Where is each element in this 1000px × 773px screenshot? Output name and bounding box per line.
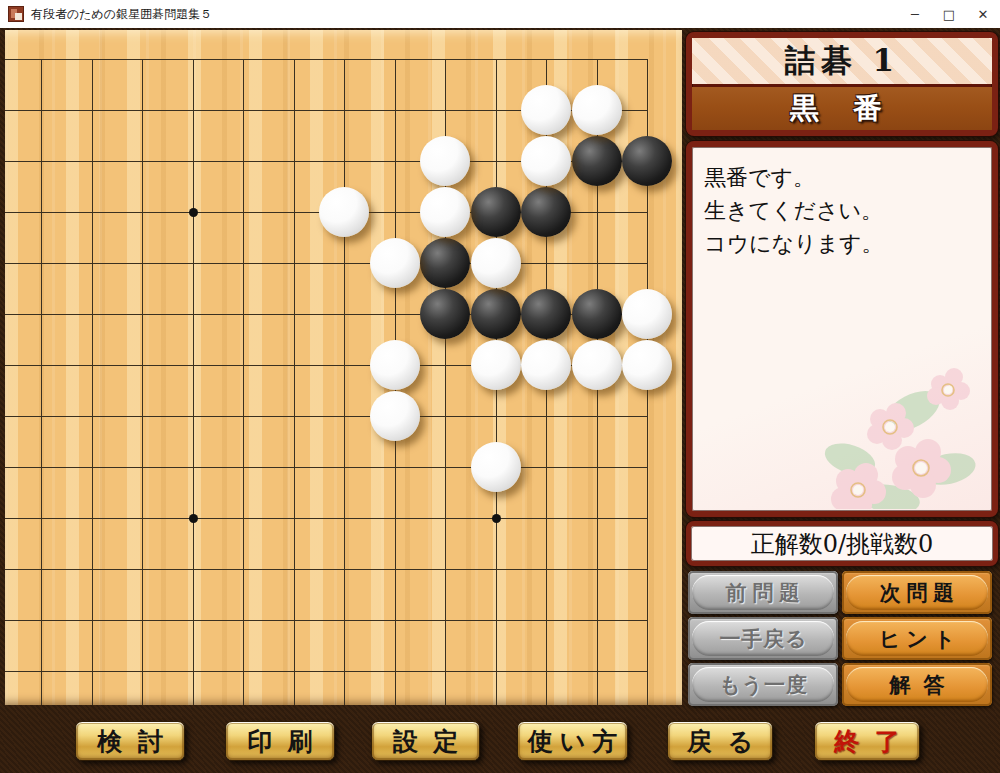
grid-line-v	[41, 59, 42, 705]
grid-line-h	[5, 671, 648, 672]
white-stone	[420, 187, 470, 237]
grid-line-h	[5, 416, 648, 417]
grid-line-h	[5, 263, 648, 264]
white-stone	[572, 340, 622, 390]
white-stone	[622, 289, 672, 339]
star-point	[189, 208, 198, 217]
black-stone	[572, 289, 622, 339]
grid-line-v	[294, 59, 295, 705]
white-stone	[622, 340, 672, 390]
black-stone	[572, 136, 622, 186]
go-board[interactable]	[5, 30, 682, 705]
problem-title: 詰碁 1	[692, 38, 992, 84]
black-stone	[521, 289, 571, 339]
star-point	[189, 514, 198, 523]
grid-line-h	[5, 569, 648, 570]
white-stone	[420, 136, 470, 186]
white-stone	[471, 340, 521, 390]
black-stone	[471, 187, 521, 237]
prev-problem-button[interactable]: 前問題	[688, 571, 838, 614]
grid-line-v	[243, 59, 244, 705]
grid-line-h	[5, 59, 648, 60]
window-controls: ─ □ ✕	[898, 0, 1000, 28]
grid-line-h	[5, 620, 648, 621]
black-stone	[420, 289, 470, 339]
grid-line-h	[5, 467, 648, 468]
white-stone	[370, 340, 420, 390]
black-stone	[471, 289, 521, 339]
grid-line-v	[193, 59, 194, 705]
problem-header-panel: 詰碁 1 黒 番	[686, 32, 998, 136]
title-bar: 有段者のための銀星囲碁問題集５ ─ □ ✕	[0, 0, 1000, 28]
maximize-button[interactable]: □	[932, 0, 966, 28]
instruction-text: 黒番です。 生きてください。 コウになります。	[692, 147, 992, 274]
instruction-line: 生きてください。	[704, 194, 980, 227]
white-stone	[370, 238, 420, 288]
star-point	[492, 514, 501, 523]
undo-move-button[interactable]: 一手戻る	[688, 617, 838, 660]
white-stone	[521, 85, 571, 135]
next-problem-button[interactable]: 次問題	[842, 571, 992, 614]
grid-line-v	[142, 59, 143, 705]
window-title: 有段者のための銀星囲碁問題集５	[31, 6, 212, 23]
back-button[interactable]: 戻る	[667, 721, 773, 761]
white-stone	[572, 85, 622, 135]
turn-indicator: 黒 番	[692, 87, 992, 130]
instruction-line: コウになります。	[704, 227, 980, 260]
minimize-button[interactable]: ─	[898, 0, 932, 28]
white-stone	[521, 136, 571, 186]
instruction-panel: 黒番です。 生きてください。 コウになります。	[686, 141, 998, 517]
black-stone	[521, 187, 571, 237]
help-button[interactable]: 使い方	[517, 721, 628, 761]
score-text: 正解数0/挑戦数0	[751, 528, 934, 560]
app-icon	[8, 6, 24, 22]
white-stone	[521, 340, 571, 390]
answer-button[interactable]: 解答	[842, 663, 992, 706]
black-stone	[622, 136, 672, 186]
grid-line-v	[344, 59, 345, 705]
grid-line-v	[92, 59, 93, 705]
main-content: 詰碁 1 黒 番	[0, 28, 1000, 773]
white-stone	[471, 442, 521, 492]
flower-decoration	[820, 349, 990, 509]
study-button[interactable]: 検討	[75, 721, 185, 761]
settings-button[interactable]: 設定	[371, 721, 480, 761]
hint-button[interactable]: ヒント	[842, 617, 992, 660]
white-stone	[319, 187, 369, 237]
close-button[interactable]: ✕	[966, 0, 1000, 28]
instruction-line: 黒番です。	[704, 161, 980, 194]
exit-button[interactable]: 終了	[814, 721, 920, 761]
retry-button[interactable]: もう一度	[688, 663, 838, 706]
white-stone	[471, 238, 521, 288]
print-button[interactable]: 印刷	[225, 721, 335, 761]
score-panel: 正解数0/挑戦数0	[686, 521, 998, 566]
grid-line-h	[5, 518, 648, 519]
black-stone	[420, 238, 470, 288]
white-stone	[370, 391, 420, 441]
